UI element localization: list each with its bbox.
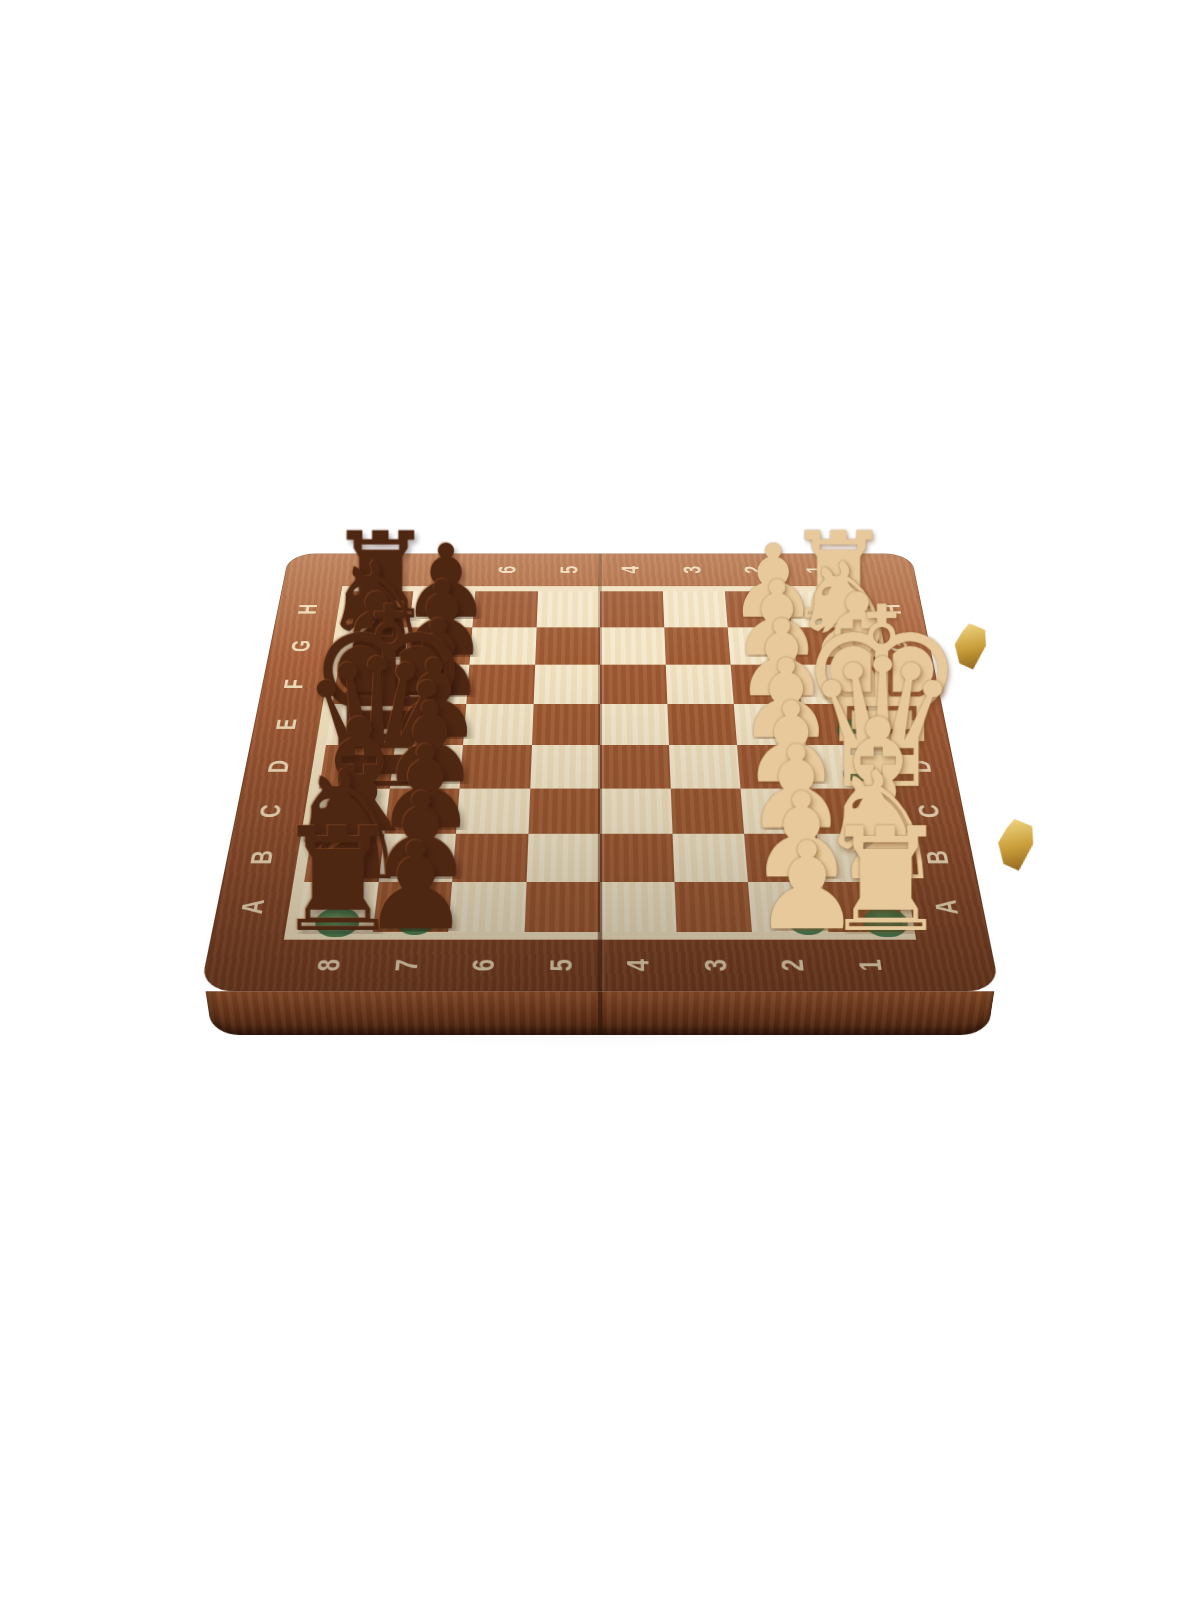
coord-far-1: 1: [784, 553, 848, 587]
square-g4[interactable]: [600, 627, 665, 664]
coord-far-3: 3: [662, 553, 723, 587]
square-h2[interactable]: [725, 591, 792, 627]
square-f4[interactable]: [600, 665, 667, 704]
square-g5[interactable]: [535, 627, 600, 664]
square-h5[interactable]: [536, 591, 600, 627]
square-h6[interactable]: [472, 591, 537, 627]
square-g2[interactable]: [728, 627, 796, 664]
square-h4[interactable]: [600, 591, 664, 627]
coord-far-7: 7: [415, 553, 478, 587]
coord-far-5: 5: [539, 553, 599, 587]
white-rook-glyph: ♜: [819, 809, 951, 952]
square-h3[interactable]: [662, 591, 727, 627]
perspective-wrapper: 87654321 87654321 HGFEDCBA HGFEDCBA ♜♟♟♜…: [250, 395, 950, 1095]
chess-board: 87654321 87654321 HGFEDCBA HGFEDCBA ♜♟♟♜…: [200, 554, 1000, 992]
square-f5[interactable]: [533, 665, 600, 704]
coord-far-4: 4: [601, 553, 661, 587]
coord-far-6: 6: [477, 553, 538, 587]
square-e5[interactable]: [532, 704, 601, 745]
brass-latch-bottom: [993, 816, 1038, 872]
square-g3[interactable]: [664, 627, 731, 664]
square-f3[interactable]: [665, 665, 733, 704]
product-photo-scene: 87654321 87654321 HGFEDCBA HGFEDCBA ♜♟♟♜…: [0, 0, 1200, 1600]
square-e3[interactable]: [667, 704, 737, 745]
coord-far-2: 2: [723, 553, 786, 587]
black-pawn-glyph: ♟: [349, 826, 481, 947]
fold-seam-front: [598, 991, 603, 1035]
brass-latch-icon: [971, 768, 1035, 868]
board-front-edge: [206, 991, 995, 1035]
square-g6[interactable]: [469, 627, 536, 664]
coord-far-8: 8: [352, 553, 416, 587]
square-e4[interactable]: [600, 704, 669, 745]
